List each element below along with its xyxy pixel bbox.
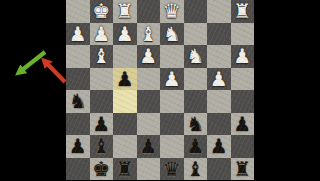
square-c8[interactable]: ♝ [184, 158, 208, 181]
piece-wB-e2[interactable]: ♝ [139, 23, 157, 45]
square-g3[interactable]: ♝ [90, 45, 114, 68]
square-g1[interactable]: ♚ [90, 0, 114, 23]
piece-bN-c6[interactable]: ♞ [186, 113, 204, 135]
square-g7[interactable]: ♝ [90, 135, 114, 158]
square-h4[interactable] [66, 68, 90, 91]
letterbox-right [254, 0, 320, 180]
square-f7[interactable] [113, 135, 137, 158]
square-d7[interactable] [160, 135, 184, 158]
square-c6[interactable]: ♞ [184, 113, 208, 136]
piece-wR-a1[interactable]: ♜ [233, 0, 251, 22]
square-d6[interactable] [160, 113, 184, 136]
piece-bP-e7[interactable]: ♟ [139, 135, 157, 157]
square-e2[interactable]: ♝ [137, 23, 161, 46]
square-f8[interactable]: ♜ [113, 158, 137, 181]
piece-bR-a8[interactable]: ♜ [233, 158, 251, 180]
square-a3[interactable]: ♟ [231, 45, 255, 68]
square-c3[interactable]: ♞ [184, 45, 208, 68]
square-b8[interactable] [207, 158, 231, 181]
piece-wN-d2[interactable]: ♞ [163, 23, 181, 45]
square-d2[interactable]: ♞ [160, 23, 184, 46]
piece-wP-f2[interactable]: ♟ [116, 23, 134, 45]
square-f3[interactable] [113, 45, 137, 68]
chess-board: ♚♜♛♜♟♟♟♝♞♝♟♞♟♟♟♟♞♟♞♟♟♝♟♟♟♚♜♛♝♜ [66, 0, 254, 180]
square-f4[interactable]: ♟ [113, 68, 137, 91]
piece-wK-g1[interactable]: ♚ [92, 0, 110, 22]
square-d8[interactable]: ♛ [160, 158, 184, 181]
square-d1[interactable]: ♛ [160, 0, 184, 23]
piece-wP-g2[interactable]: ♟ [92, 23, 110, 45]
square-e7[interactable]: ♟ [137, 135, 161, 158]
square-c1[interactable] [184, 0, 208, 23]
piece-bR-f8[interactable]: ♜ [116, 158, 134, 180]
piece-bQ-d8[interactable]: ♛ [163, 158, 181, 180]
square-a8[interactable]: ♜ [231, 158, 255, 181]
piece-bB-c8[interactable]: ♝ [186, 158, 204, 180]
piece-bP-h7[interactable]: ♟ [69, 135, 87, 157]
square-h7[interactable]: ♟ [66, 135, 90, 158]
square-h1[interactable] [66, 0, 90, 23]
square-f1[interactable]: ♜ [113, 0, 137, 23]
piece-bP-f4[interactable]: ♟ [116, 68, 134, 90]
square-d5[interactable] [160, 90, 184, 113]
square-g8[interactable]: ♚ [90, 158, 114, 181]
piece-wP-d4[interactable]: ♟ [163, 68, 181, 90]
square-a1[interactable]: ♜ [231, 0, 255, 23]
square-h6[interactable] [66, 113, 90, 136]
square-d4[interactable]: ♟ [160, 68, 184, 91]
square-h3[interactable] [66, 45, 90, 68]
square-h5[interactable]: ♞ [66, 90, 90, 113]
square-c4[interactable] [184, 68, 208, 91]
piece-wP-b4[interactable]: ♟ [210, 68, 228, 90]
piece-bP-c7[interactable]: ♟ [186, 135, 204, 157]
piece-bP-g6[interactable]: ♟ [92, 113, 110, 135]
piece-bN-h5[interactable]: ♞ [69, 90, 87, 112]
square-a4[interactable] [231, 68, 255, 91]
piece-bP-a6[interactable]: ♟ [233, 113, 251, 135]
square-c7[interactable]: ♟ [184, 135, 208, 158]
piece-wP-a3[interactable]: ♟ [233, 45, 251, 67]
square-b6[interactable] [207, 113, 231, 136]
square-h2[interactable]: ♟ [66, 23, 90, 46]
square-b2[interactable] [207, 23, 231, 46]
letterbox-left [0, 0, 66, 180]
square-f5[interactable] [113, 90, 137, 113]
square-c5[interactable] [184, 90, 208, 113]
square-g4[interactable] [90, 68, 114, 91]
square-g5[interactable] [90, 90, 114, 113]
square-f2[interactable]: ♟ [113, 23, 137, 46]
piece-bB-g7[interactable]: ♝ [92, 135, 110, 157]
piece-wQ-d1[interactable]: ♛ [163, 0, 181, 22]
square-h8[interactable] [66, 158, 90, 181]
piece-bK-g8[interactable]: ♚ [92, 158, 110, 180]
square-a7[interactable] [231, 135, 255, 158]
square-b7[interactable]: ♟ [207, 135, 231, 158]
square-a5[interactable] [231, 90, 255, 113]
piece-bP-b7[interactable]: ♟ [210, 135, 228, 157]
square-a6[interactable]: ♟ [231, 113, 255, 136]
piece-wP-h2[interactable]: ♟ [69, 23, 87, 45]
square-c2[interactable] [184, 23, 208, 46]
square-b5[interactable] [207, 90, 231, 113]
square-e6[interactable] [137, 113, 161, 136]
piece-wR-f1[interactable]: ♜ [116, 0, 134, 22]
square-e1[interactable] [137, 0, 161, 23]
square-e8[interactable] [137, 158, 161, 181]
square-f6[interactable] [113, 113, 137, 136]
square-e3[interactable]: ♟ [137, 45, 161, 68]
piece-wB-g3[interactable]: ♝ [92, 45, 110, 67]
piece-wP-e3[interactable]: ♟ [139, 45, 157, 67]
square-b3[interactable] [207, 45, 231, 68]
square-b4[interactable]: ♟ [207, 68, 231, 91]
square-a2[interactable] [231, 23, 255, 46]
piece-wN-c3[interactable]: ♞ [186, 45, 204, 67]
square-g2[interactable]: ♟ [90, 23, 114, 46]
square-e4[interactable] [137, 68, 161, 91]
square-e5[interactable] [137, 90, 161, 113]
square-d3[interactable] [160, 45, 184, 68]
video-frame: ♚♜♛♜♟♟♟♝♞♝♟♞♟♟♟♟♞♟♞♟♟♝♟♟♟♚♜♛♝♜ [0, 0, 320, 180]
square-g6[interactable]: ♟ [90, 113, 114, 136]
square-b1[interactable] [207, 0, 231, 23]
